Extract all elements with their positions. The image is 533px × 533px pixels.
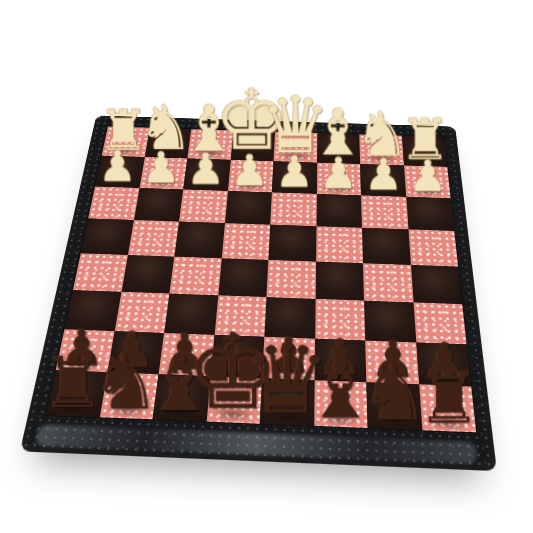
square-d5[interactable] xyxy=(266,260,315,299)
square-e5[interactable] xyxy=(218,258,269,297)
white-pawn[interactable]: ♟ xyxy=(186,150,225,190)
square-g4[interactable] xyxy=(127,220,178,256)
square-h5[interactable] xyxy=(73,253,128,291)
square-a2[interactable]: ♟ xyxy=(404,165,451,198)
square-a5[interactable] xyxy=(410,265,462,304)
square-c2[interactable]: ♟ xyxy=(316,162,361,195)
white-pawn[interactable]: ♟ xyxy=(364,155,403,195)
square-b2[interactable]: ♟ xyxy=(360,164,406,197)
square-h3[interactable] xyxy=(88,186,139,220)
square-f4[interactable] xyxy=(174,222,224,258)
square-e3[interactable] xyxy=(225,191,272,225)
square-h4[interactable] xyxy=(81,219,134,255)
board-frame: ♜♞♝♚♛♝♞♜♟♟♟♟♟♟♟♟♟♟♟♟♟♟♟♟♜♞♝♚♛♝♞♜ xyxy=(20,115,497,471)
square-b4[interactable] xyxy=(362,228,411,265)
square-b8[interactable]: ♞ xyxy=(366,383,421,431)
square-d3[interactable] xyxy=(270,192,316,226)
chess-photo-scene: ♜♞♝♚♛♝♞♜♟♟♟♟♟♟♟♟♟♟♟♟♟♟♟♟♜♞♝♚♛♝♞♜ xyxy=(0,0,533,533)
square-f3[interactable] xyxy=(179,189,228,223)
square-f2[interactable]: ♟ xyxy=(183,158,230,190)
square-b5[interactable] xyxy=(363,263,413,302)
square-a4[interactable] xyxy=(408,230,458,267)
perspective-stage: ♜♞♝♚♛♝♞♜♟♟♟♟♟♟♟♟♟♟♟♟♟♟♟♟♜♞♝♚♛♝♞♜ xyxy=(0,0,533,533)
square-g5[interactable] xyxy=(121,255,174,294)
square-a8[interactable]: ♜ xyxy=(419,385,477,433)
square-e2[interactable]: ♟ xyxy=(228,160,274,192)
white-pawn[interactable]: ♟ xyxy=(409,157,448,197)
white-pawn[interactable]: ♟ xyxy=(275,153,314,193)
white-pawn[interactable]: ♟ xyxy=(98,147,136,186)
square-a3[interactable] xyxy=(406,197,454,232)
black-rook[interactable]: ♜ xyxy=(417,365,480,430)
chess-board: ♜♞♝♚♛♝♞♜♟♟♟♟♟♟♟♟♟♟♟♟♟♟♟♟♜♞♝♚♛♝♞♜ xyxy=(45,126,478,434)
white-pawn[interactable]: ♟ xyxy=(230,151,269,191)
square-g2[interactable]: ♟ xyxy=(139,157,187,189)
square-d2[interactable]: ♟ xyxy=(272,161,317,193)
square-e4[interactable] xyxy=(221,223,270,259)
square-c4[interactable] xyxy=(316,226,363,263)
white-pawn[interactable]: ♟ xyxy=(319,154,358,194)
square-h2[interactable]: ♟ xyxy=(95,156,144,188)
white-pawn[interactable]: ♟ xyxy=(142,148,180,187)
square-b3[interactable] xyxy=(361,195,408,230)
square-c3[interactable] xyxy=(316,194,362,229)
square-d4[interactable] xyxy=(268,225,316,262)
square-c5[interactable] xyxy=(315,261,364,300)
square-f5[interactable] xyxy=(169,256,221,295)
square-g3[interactable] xyxy=(133,188,183,222)
